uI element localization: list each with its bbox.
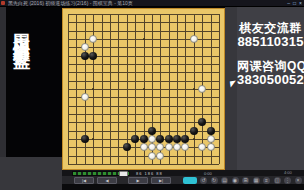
minimize-icon[interactable]: ‒ — [287, 0, 290, 7]
white-stone — [140, 143, 148, 151]
white-stone — [207, 143, 215, 151]
tool-icon[interactable]: ⋮ — [284, 177, 291, 184]
white-stone — [81, 43, 89, 51]
tool-icon-row: ↺↻▤◉⊞▦≡◫⋮× — [200, 177, 302, 184]
white-stone — [89, 35, 97, 43]
white-stone — [198, 143, 206, 151]
qq-number: 383050052 — [237, 72, 304, 87]
black-stone — [81, 52, 89, 60]
white-stone — [148, 143, 156, 151]
white-stone — [181, 143, 189, 151]
tool-icon[interactable]: ↺ — [200, 177, 207, 184]
black-stone — [156, 135, 164, 143]
tool-icon[interactable]: ↻ — [211, 177, 218, 184]
grid-line-horizontal — [68, 122, 219, 123]
go-board[interactable] — [62, 8, 225, 170]
maximize-icon[interactable]: □ — [293, 0, 296, 7]
tool-icon[interactable]: × — [295, 177, 302, 184]
next-move-button[interactable]: ▶ — [128, 177, 148, 184]
analysis-button[interactable] — [183, 177, 197, 184]
black-stone — [173, 135, 181, 143]
contact-panel: 棋友交流群 885110315 网课咨询QQ 383050052 — [237, 7, 304, 170]
grid-line-horizontal — [68, 114, 219, 115]
bottom-strip — [62, 184, 304, 190]
star-point — [143, 38, 145, 40]
white-stone — [156, 143, 164, 151]
first-move-button[interactable]: |◀ — [74, 177, 94, 184]
white-stone — [207, 135, 215, 143]
black-stone — [181, 135, 189, 143]
left-bottom-panel — [0, 157, 62, 190]
last-move-button[interactable]: ▶| — [151, 177, 171, 184]
tool-icon[interactable]: ⊞ — [242, 177, 249, 184]
corner-text: 4:00 — [284, 170, 292, 175]
tool-icon[interactable]: ◫ — [274, 177, 281, 184]
tool-icon[interactable]: ≡ — [263, 177, 270, 184]
white-stone — [148, 152, 156, 160]
grid-line-horizontal — [68, 97, 219, 98]
grid-line-horizontal — [68, 106, 219, 107]
grid-line-horizontal — [68, 164, 219, 165]
black-stone — [89, 52, 97, 60]
white-stone — [198, 85, 206, 93]
grid-line-horizontal — [68, 156, 219, 157]
class-banner-text: 围棋入门班复盘 — [8, 20, 34, 156]
white-stone — [81, 93, 89, 101]
title-bar: 黑先白死 (2016) 初级道场练习(2/16) - 围棋宝典 - 第10页 ‒… — [0, 0, 304, 7]
white-stone — [148, 135, 156, 143]
right-gap — [225, 7, 237, 170]
app-window: 黑先白死 (2016) 初级道场练习(2/16) - 围棋宝典 - 第10页 ‒… — [0, 0, 304, 190]
app-icon — [1, 1, 5, 5]
mouse-cursor: ◤ — [229, 79, 236, 89]
black-stone — [190, 127, 198, 135]
window-title: 黑先白死 (2016) 初级道场练习(2/16) - 围棋宝典 - 第10页 — [8, 0, 238, 7]
group-number: 885110315 — [237, 34, 304, 49]
black-stone — [140, 135, 148, 143]
window-controls: ‒ □ × — [287, 0, 302, 7]
star-point — [193, 88, 195, 90]
black-stone — [123, 143, 131, 151]
white-stone — [156, 152, 164, 160]
black-stone — [81, 135, 89, 143]
black-stone — [198, 118, 206, 126]
grid-line-vertical — [219, 14, 220, 164]
black-stone — [131, 135, 139, 143]
black-stone — [207, 127, 215, 135]
tool-icon[interactable]: ▦ — [253, 177, 260, 184]
white-stone — [173, 143, 181, 151]
white-stone — [165, 143, 173, 151]
prev-move-button[interactable]: ◀ — [97, 177, 117, 184]
tool-icon[interactable]: ▤ — [221, 177, 228, 184]
star-point — [193, 138, 195, 140]
tool-icon[interactable]: ◉ — [232, 177, 239, 184]
star-point — [143, 88, 145, 90]
black-stone — [148, 127, 156, 135]
white-stone — [190, 35, 198, 43]
close-icon[interactable]: × — [299, 0, 302, 7]
black-stone — [165, 135, 173, 143]
